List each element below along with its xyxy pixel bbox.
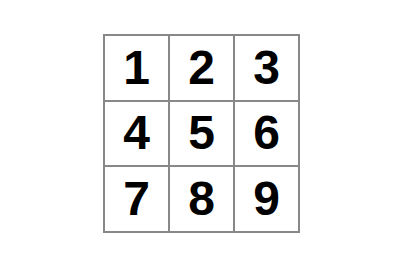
number-grid: 1 2 3 4 5 6 7 8 9: [103, 34, 300, 233]
grid-cell-r2c2[interactable]: 5: [170, 102, 233, 166]
grid-cell-r1c3[interactable]: 3: [235, 36, 298, 100]
grid-cell-r1c2[interactable]: 2: [170, 36, 233, 100]
grid-cell-r1c1[interactable]: 1: [105, 36, 168, 100]
grid-cell-r3c2[interactable]: 8: [170, 167, 233, 231]
grid-cell-r3c3[interactable]: 9: [235, 167, 298, 231]
grid-cell-r3c1[interactable]: 7: [105, 167, 168, 231]
grid-cell-r2c1[interactable]: 4: [105, 102, 168, 166]
grid-cell-r2c3[interactable]: 6: [235, 102, 298, 166]
page-canvas: 1 2 3 4 5 6 7 8 9: [0, 0, 416, 264]
